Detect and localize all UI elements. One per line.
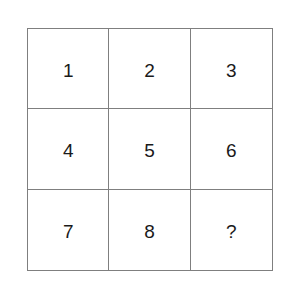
cell-r1c1: 1 — [28, 29, 109, 109]
puzzle-canvas: 1 2 3 4 5 6 7 8 ? — [0, 0, 300, 300]
cell-r1c2: 2 — [109, 29, 190, 109]
cell-r3c1: 7 — [28, 190, 109, 270]
cell-r3c3-missing: ? — [191, 190, 272, 270]
cell-r3c2: 8 — [109, 190, 190, 270]
cell-r2c1: 4 — [28, 109, 109, 189]
cell-r2c2: 5 — [109, 109, 190, 189]
cell-r2c3: 6 — [191, 109, 272, 189]
puzzle-board: 1 2 3 4 5 6 7 8 ? — [27, 28, 273, 271]
cell-r1c3: 3 — [191, 29, 272, 109]
